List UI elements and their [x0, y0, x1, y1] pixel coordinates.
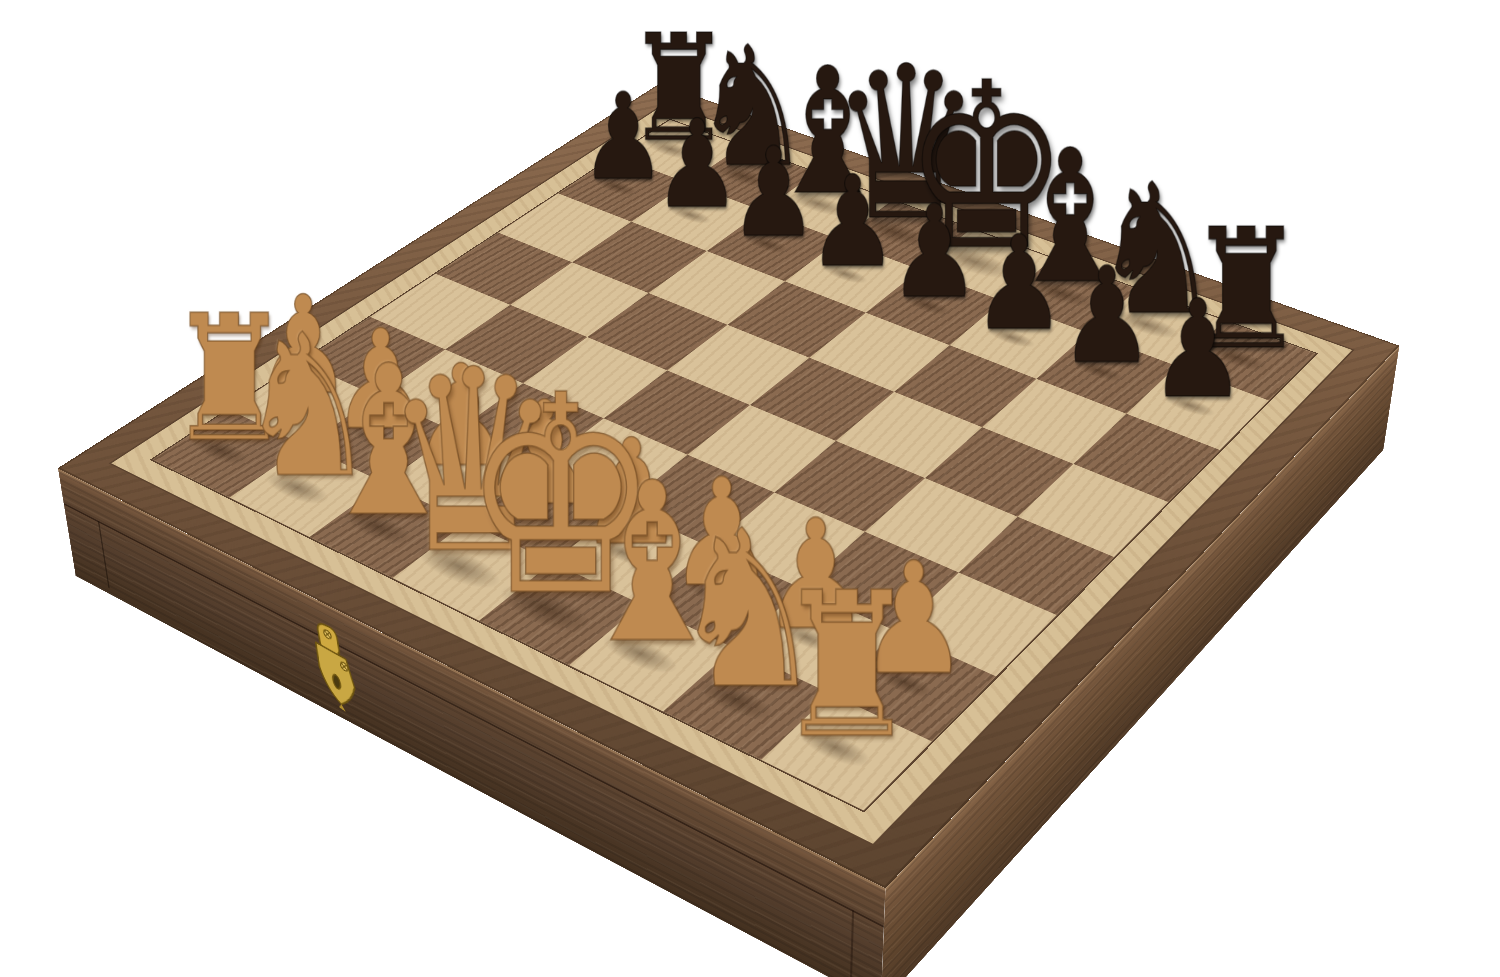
pawn-glyph: ♟: [729, 131, 818, 255]
pawn-glyph: ♟: [653, 104, 740, 226]
pawn-glyph: ♟: [888, 188, 980, 316]
pawn-glyph: ♟: [972, 218, 1066, 348]
pawn-glyph: ♟: [1059, 250, 1154, 383]
board-top: ♜♞♝♛♚♝♞♜♟♟♟♟♟♟♟♟♟♟♟♟♟♟♟♟♜♞♝♛♚♝♞♜: [58, 83, 1400, 888]
rook-glyph: ♜: [775, 565, 919, 766]
pawn-glyph: ♟: [807, 159, 897, 285]
chess-box: ♜♞♝♛♚♝♞♜♟♟♟♟♟♟♟♟♟♟♟♟♟♟♟♟♜♞♝♛♚♝♞♜: [58, 83, 1400, 888]
chess-set-photo: ♜♞♝♛♚♝♞♜♟♟♟♟♟♟♟♟♟♟♟♟♟♟♟♟♜♞♝♛♚♝♞♜: [0, 0, 1500, 977]
pawn-glyph: ♟: [1149, 282, 1246, 417]
